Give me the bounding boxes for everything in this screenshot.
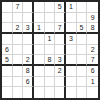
cell-r1c6[interactable]: 5 <box>55 2 66 13</box>
cell-r2c5[interactable] <box>45 13 56 24</box>
cell-r3c4[interactable]: 1 <box>34 23 45 34</box>
cell-r3c9[interactable]: 8 <box>87 23 98 34</box>
cell-r6c5[interactable]: 8 <box>45 55 56 66</box>
cell-r2c7[interactable] <box>66 13 77 24</box>
cell-r6c6[interactable]: 3 <box>55 55 66 66</box>
cell-r5c6[interactable] <box>55 45 66 56</box>
cell-r9c2[interactable] <box>13 87 24 98</box>
cell-r5c9[interactable]: 2 <box>87 45 98 56</box>
cell-r5c7[interactable] <box>66 45 77 56</box>
cell-r4c5[interactable]: 1 <box>45 34 56 45</box>
cell-r7c2[interactable] <box>13 66 24 77</box>
cell-r4c4[interactable] <box>34 34 45 45</box>
cell-r4c6[interactable] <box>55 34 66 45</box>
cell-r2c8[interactable] <box>77 13 88 24</box>
cell-r6c1[interactable]: 5 <box>2 55 13 66</box>
cell-r8c6[interactable] <box>55 77 66 88</box>
cell-r9c4[interactable] <box>34 87 45 98</box>
cell-r3c8[interactable]: 5 <box>77 23 88 34</box>
cell-r5c4[interactable] <box>34 45 45 56</box>
cell-r1c3[interactable] <box>23 2 34 13</box>
cell-r3c3[interactable]: 3 <box>23 23 34 34</box>
cell-r6c2[interactable] <box>13 55 24 66</box>
cell-r4c7[interactable]: 3 <box>66 34 77 45</box>
cell-r5c8[interactable] <box>77 45 88 56</box>
cell-r1c4[interactable] <box>34 2 45 13</box>
cell-r8c2[interactable] <box>13 77 24 88</box>
cell-r7c4[interactable] <box>34 66 45 77</box>
cell-r4c8[interactable] <box>77 34 88 45</box>
cell-r8c3[interactable]: 6 <box>23 77 34 88</box>
cell-r8c5[interactable] <box>45 77 56 88</box>
cell-r7c5[interactable] <box>45 66 56 77</box>
cell-r1c8[interactable] <box>77 2 88 13</box>
cell-r1c5[interactable] <box>45 2 56 13</box>
cell-r9c5[interactable] <box>45 87 56 98</box>
cell-r4c1[interactable] <box>2 34 13 45</box>
cell-r6c3[interactable]: 2 <box>23 55 34 66</box>
cell-r7c9[interactable]: 6 <box>87 66 98 77</box>
cell-r2c4[interactable] <box>34 13 45 24</box>
cell-r7c8[interactable] <box>77 66 88 77</box>
cell-r7c1[interactable] <box>2 66 13 77</box>
cell-r8c8[interactable] <box>77 77 88 88</box>
cell-r7c6[interactable]: 2 <box>55 66 66 77</box>
cell-r2c9[interactable]: 9 <box>87 13 98 24</box>
cell-r9c3[interactable] <box>23 87 34 98</box>
cell-r4c9[interactable] <box>87 34 98 45</box>
cell-r3c6[interactable]: 7 <box>55 23 66 34</box>
cell-r9c9[interactable] <box>87 87 98 98</box>
cell-r6c7[interactable] <box>66 55 77 66</box>
cell-r5c1[interactable]: 6 <box>2 45 13 56</box>
cell-r9c8[interactable] <box>77 87 88 98</box>
cell-r2c2[interactable] <box>13 13 24 24</box>
cell-r6c4[interactable] <box>34 55 45 66</box>
cell-r9c6[interactable] <box>55 87 66 98</box>
cell-r1c7[interactable]: 1 <box>66 2 77 13</box>
cell-r4c2[interactable] <box>13 34 24 45</box>
cell-r8c9[interactable]: 1 <box>87 77 98 88</box>
cell-r2c6[interactable] <box>55 13 66 24</box>
cell-r9c7[interactable] <box>66 87 77 98</box>
cell-r3c7[interactable] <box>66 23 77 34</box>
cell-r5c2[interactable] <box>13 45 24 56</box>
cell-r1c9[interactable] <box>87 2 98 13</box>
cell-r8c4[interactable] <box>34 77 45 88</box>
cell-r3c2[interactable]: 2 <box>13 23 24 34</box>
cell-r5c3[interactable] <box>23 45 34 56</box>
cell-r1c2[interactable]: 7 <box>13 2 24 13</box>
cell-r8c1[interactable] <box>2 77 13 88</box>
cell-r2c1[interactable] <box>2 13 13 24</box>
cell-r1c1[interactable] <box>2 2 13 13</box>
cell-r6c9[interactable]: 7 <box>87 55 98 66</box>
cell-r7c3[interactable]: 8 <box>23 66 34 77</box>
cell-r5c5[interactable] <box>45 45 56 56</box>
cell-r4c3[interactable] <box>23 34 34 45</box>
cell-r8c7[interactable] <box>66 77 77 88</box>
cell-r3c5[interactable] <box>45 23 56 34</box>
cell-r7c7[interactable] <box>66 66 77 77</box>
cell-r2c3[interactable] <box>23 13 34 24</box>
sudoku-board: 751923175813625283782661 <box>0 0 100 100</box>
cell-r6c8[interactable] <box>77 55 88 66</box>
cell-r9c1[interactable] <box>2 87 13 98</box>
cell-r3c1[interactable] <box>2 23 13 34</box>
